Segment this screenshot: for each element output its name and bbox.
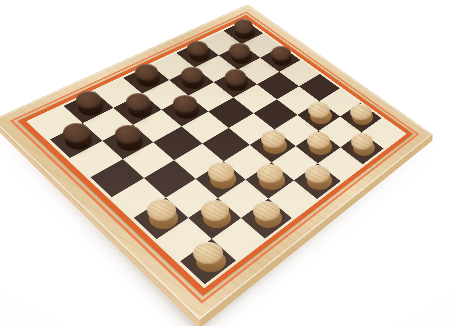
- piece-top-face: [271, 46, 291, 61]
- checker-piece-dark[interactable]: [173, 95, 197, 119]
- checker-piece-dark[interactable]: [234, 19, 254, 39]
- checker-piece-light[interactable]: [350, 104, 371, 126]
- piece-top-face: [305, 165, 330, 184]
- pieces-layer: [0, 0, 457, 326]
- checker-piece-light[interactable]: [305, 165, 330, 190]
- piece-top-face: [308, 102, 330, 118]
- piece-top-face: [307, 132, 330, 149]
- piece-top-face: [126, 93, 150, 111]
- checker-piece-light[interactable]: [201, 200, 229, 229]
- checker-piece-light[interactable]: [308, 102, 330, 124]
- piece-top-face: [147, 199, 176, 221]
- checker-piece-dark[interactable]: [187, 41, 208, 63]
- piece-top-face: [181, 67, 203, 84]
- checker-piece-light[interactable]: [261, 130, 285, 154]
- checker-piece-light[interactable]: [257, 164, 282, 190]
- checker-piece-dark[interactable]: [229, 43, 250, 64]
- piece-top-face: [234, 19, 254, 34]
- piece-top-face: [261, 130, 285, 148]
- checker-piece-light[interactable]: [193, 242, 223, 273]
- piece-top-face: [257, 164, 282, 183]
- checker-piece-dark[interactable]: [63, 123, 90, 150]
- checker-piece-dark[interactable]: [115, 125, 141, 151]
- checker-piece-light[interactable]: [208, 162, 234, 189]
- checker-piece-light[interactable]: [351, 133, 374, 156]
- piece-top-face: [253, 201, 280, 221]
- checker-piece-dark[interactable]: [181, 67, 203, 90]
- checker-piece-dark[interactable]: [225, 69, 247, 91]
- piece-top-face: [208, 162, 234, 182]
- checker-piece-light[interactable]: [307, 132, 330, 156]
- checker-piece-dark[interactable]: [126, 93, 150, 118]
- checker-piece-dark[interactable]: [76, 91, 101, 117]
- piece-top-face: [173, 95, 197, 113]
- checker-piece-light[interactable]: [253, 201, 280, 229]
- checker-piece-dark[interactable]: [271, 46, 291, 66]
- checker-piece-dark[interactable]: [135, 64, 158, 87]
- piece-top-face: [63, 123, 90, 143]
- photo-stage: [0, 0, 457, 326]
- piece-top-face: [229, 43, 250, 58]
- piece-top-face: [225, 69, 247, 85]
- checker-piece-light[interactable]: [147, 199, 176, 229]
- piece-top-face: [350, 104, 371, 120]
- piece-top-face: [201, 200, 229, 221]
